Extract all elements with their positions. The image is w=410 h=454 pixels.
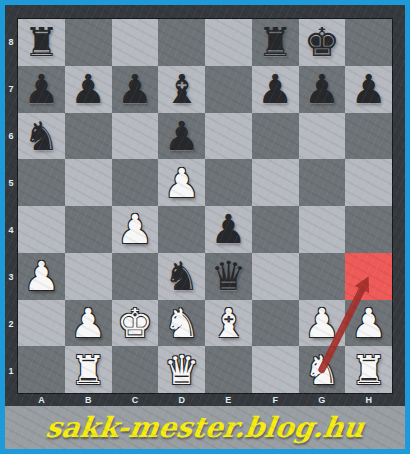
square-e7[interactable] <box>205 66 252 113</box>
square-d5[interactable]: ♟ <box>158 159 205 206</box>
square-b3[interactable] <box>65 253 112 300</box>
square-e3[interactable]: ♛ <box>205 253 252 300</box>
white-pawn: ♟ <box>351 303 387 343</box>
square-d6[interactable]: ♟ <box>158 113 205 160</box>
square-h3[interactable] <box>345 253 392 300</box>
rank-labels: 87654321 <box>5 18 17 394</box>
square-b8[interactable] <box>65 19 112 66</box>
file-label: H <box>345 394 392 406</box>
site-watermark: sakk-mester.blog.hu <box>44 411 367 444</box>
square-b6[interactable] <box>65 113 112 160</box>
square-h2[interactable]: ♟ <box>345 300 392 347</box>
rank-label: 4 <box>5 206 17 253</box>
file-label: F <box>252 394 299 406</box>
square-b2[interactable]: ♟ <box>65 300 112 347</box>
white-pawn: ♟ <box>70 303 106 343</box>
white-pawn: ♟ <box>304 303 340 343</box>
black-pawn: ♟ <box>351 69 387 109</box>
square-h7[interactable]: ♟ <box>345 66 392 113</box>
square-h8[interactable] <box>345 19 392 66</box>
file-label: B <box>65 394 112 406</box>
square-a3[interactable]: ♟ <box>18 253 65 300</box>
square-b4[interactable] <box>65 206 112 253</box>
black-king: ♚ <box>304 22 340 62</box>
file-label: E <box>205 394 252 406</box>
white-king: ♚ <box>117 303 153 343</box>
square-a2[interactable] <box>18 300 65 347</box>
white-pawn: ♟ <box>23 256 59 296</box>
square-e2[interactable]: ♝ <box>205 300 252 347</box>
square-a4[interactable] <box>18 206 65 253</box>
square-f1[interactable] <box>252 346 299 393</box>
file-label: C <box>112 394 159 406</box>
square-h6[interactable] <box>345 113 392 160</box>
square-f8[interactable]: ♜ <box>252 19 299 66</box>
white-rook: ♜ <box>351 350 387 390</box>
black-queen: ♛ <box>210 256 246 296</box>
square-c4[interactable]: ♟ <box>112 206 159 253</box>
square-h4[interactable] <box>345 206 392 253</box>
square-a1[interactable] <box>18 346 65 393</box>
file-label: A <box>18 394 65 406</box>
square-d8[interactable] <box>158 19 205 66</box>
square-c1[interactable] <box>112 346 159 393</box>
square-d4[interactable] <box>158 206 205 253</box>
square-e5[interactable] <box>205 159 252 206</box>
square-g1[interactable]: ♞ <box>299 346 346 393</box>
chess-diagram: 87654321 ♜♜♚♟♟♟♝♟♟♟♞♟♟♟♟♟♞♛♟♚♞♝♟♟♜♛♞♜ AB… <box>0 0 410 454</box>
footer-banner: sakk-mester.blog.hu <box>5 406 405 449</box>
white-knight: ♞ <box>304 350 340 390</box>
black-bishop: ♝ <box>164 69 200 109</box>
black-pawn: ♟ <box>164 116 200 156</box>
black-pawn: ♟ <box>304 69 340 109</box>
black-pawn: ♟ <box>210 209 246 249</box>
black-rook: ♜ <box>257 22 293 62</box>
square-g4[interactable] <box>299 206 346 253</box>
square-b7[interactable]: ♟ <box>65 66 112 113</box>
square-c7[interactable]: ♟ <box>112 66 159 113</box>
square-c3[interactable] <box>112 253 159 300</box>
square-d1[interactable]: ♛ <box>158 346 205 393</box>
white-bishop: ♝ <box>210 303 246 343</box>
square-d2[interactable]: ♞ <box>158 300 205 347</box>
square-g2[interactable]: ♟ <box>299 300 346 347</box>
square-f5[interactable] <box>252 159 299 206</box>
white-pawn: ♟ <box>164 163 200 203</box>
square-a8[interactable]: ♜ <box>18 19 65 66</box>
square-f4[interactable] <box>252 206 299 253</box>
black-knight: ♞ <box>164 256 200 296</box>
white-knight: ♞ <box>164 303 200 343</box>
square-g3[interactable] <box>299 253 346 300</box>
square-b5[interactable] <box>65 159 112 206</box>
square-a5[interactable] <box>18 159 65 206</box>
rank-label: 7 <box>5 65 17 112</box>
white-rook: ♜ <box>70 350 106 390</box>
square-g5[interactable] <box>299 159 346 206</box>
square-e8[interactable] <box>205 19 252 66</box>
square-h1[interactable]: ♜ <box>345 346 392 393</box>
file-labels: ABCDEFGH <box>18 394 392 406</box>
square-f2[interactable] <box>252 300 299 347</box>
black-knight: ♞ <box>23 116 59 156</box>
square-f7[interactable]: ♟ <box>252 66 299 113</box>
chess-board: ♜♜♚♟♟♟♝♟♟♟♞♟♟♟♟♟♞♛♟♚♞♝♟♟♜♛♞♜ <box>17 18 393 394</box>
black-pawn: ♟ <box>23 69 59 109</box>
square-d3[interactable]: ♞ <box>158 253 205 300</box>
square-a7[interactable]: ♟ <box>18 66 65 113</box>
square-f3[interactable] <box>252 253 299 300</box>
white-pawn: ♟ <box>117 209 153 249</box>
black-pawn: ♟ <box>257 69 293 109</box>
square-a6[interactable]: ♞ <box>18 113 65 160</box>
square-e6[interactable] <box>205 113 252 160</box>
rank-label: 2 <box>5 300 17 347</box>
square-b1[interactable]: ♜ <box>65 346 112 393</box>
square-c6[interactable] <box>112 113 159 160</box>
square-c5[interactable] <box>112 159 159 206</box>
rank-label: 8 <box>5 18 17 65</box>
square-c2[interactable]: ♚ <box>112 300 159 347</box>
rank-label: 5 <box>5 159 17 206</box>
square-g8[interactable]: ♚ <box>299 19 346 66</box>
square-d7[interactable]: ♝ <box>158 66 205 113</box>
square-h5[interactable] <box>345 159 392 206</box>
file-label: G <box>299 394 346 406</box>
black-rook: ♜ <box>23 22 59 62</box>
white-queen: ♛ <box>164 350 200 390</box>
black-pawn: ♟ <box>117 69 153 109</box>
black-pawn: ♟ <box>70 69 106 109</box>
rank-label: 6 <box>5 112 17 159</box>
file-label: D <box>158 394 205 406</box>
square-e1[interactable] <box>205 346 252 393</box>
square-g6[interactable] <box>299 113 346 160</box>
square-c8[interactable] <box>112 19 159 66</box>
square-e4[interactable]: ♟ <box>205 206 252 253</box>
square-f6[interactable] <box>252 113 299 160</box>
square-g7[interactable]: ♟ <box>299 66 346 113</box>
rank-label: 1 <box>5 347 17 394</box>
rank-label: 3 <box>5 253 17 300</box>
